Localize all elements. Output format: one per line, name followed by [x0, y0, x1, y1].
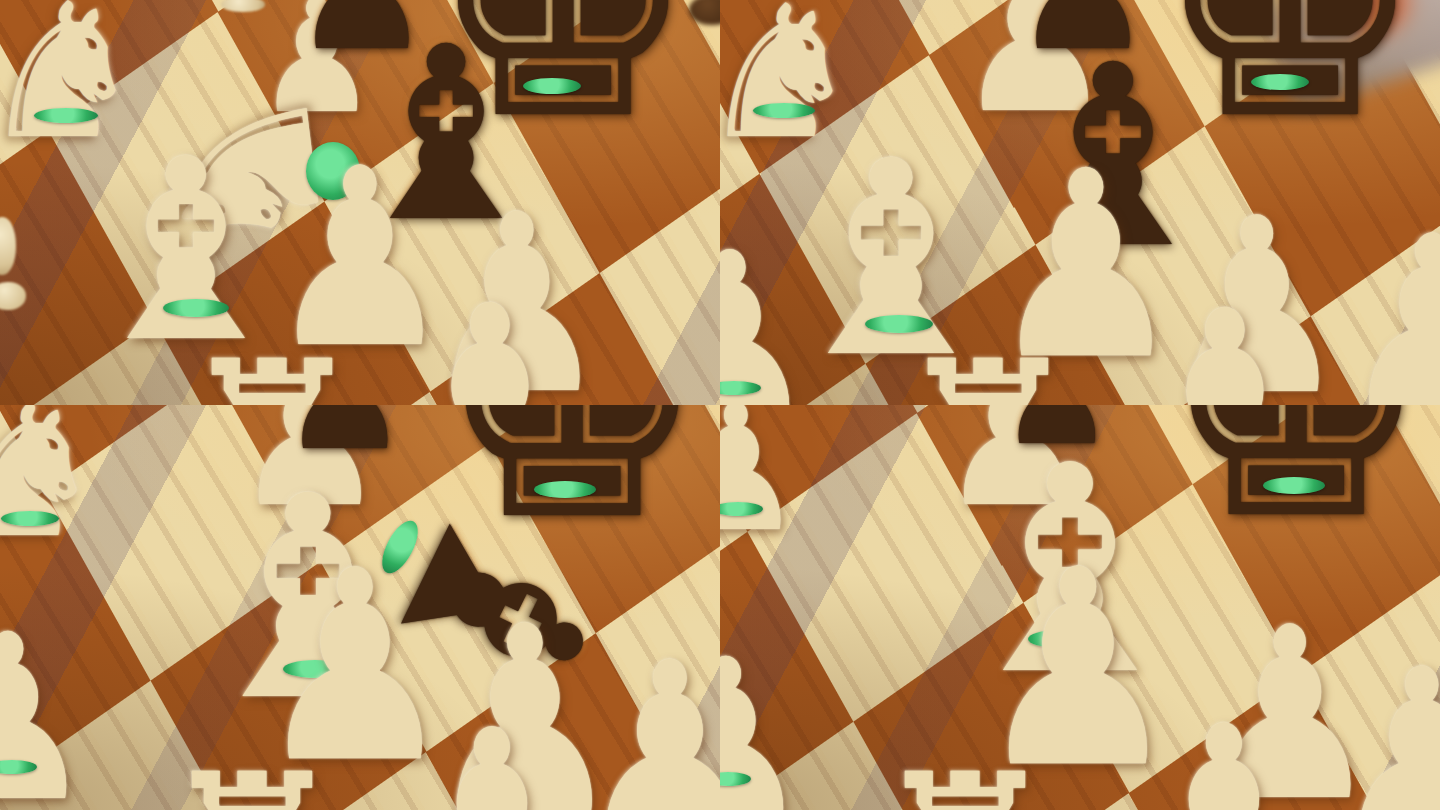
white-rook[interactable]: ♜: [176, 333, 368, 405]
white-piece-partial: [221, 0, 265, 12]
white-pawn[interactable]: ♟: [1338, 204, 1440, 405]
chess-storyboard-screenshot: ♞♟♟♝♚♞♝♟♟♜♟ ♞♟♟♝♚♝♟♟♟♜♟♟ ♞♟♟♚♝♝♟♟♟♟♜♟ ♟♟…: [0, 0, 1440, 810]
video-frame-1: ♞♟♟♝♚♞♝♟♟♜♟: [0, 0, 720, 405]
white-pawn[interactable]: ♟: [1122, 691, 1325, 810]
white-pawn[interactable]: ♟: [720, 222, 819, 405]
white-rook[interactable]: ♜: [156, 746, 348, 810]
white-pawn[interactable]: ♟: [1114, 273, 1337, 406]
felt-base: [523, 78, 581, 94]
white-rook[interactable]: ♜: [869, 746, 1061, 810]
video-frame-2: ♞♟♟♝♚♝♟♟♟♜♟♟: [720, 0, 1440, 405]
video-frame-4: ♟♟♟♚♝♟♟♟♟♜♟: [720, 405, 1440, 810]
video-frame-3: ♞♟♟♚♝♝♟♟♟♟♜♟: [0, 405, 720, 810]
white-pawn[interactable]: ♟: [379, 268, 602, 406]
storyboard-grid: ♞♟♟♝♚♞♝♟♟♜♟ ♞♟♟♝♚♝♟♟♟♜♟♟ ♞♟♟♚♝♝♟♟♟♟♜♟ ♟♟…: [0, 0, 1440, 810]
white-rook[interactable]: ♜: [892, 333, 1084, 405]
white-pawn[interactable]: ♟: [575, 630, 720, 810]
white-pawn[interactable]: ♟: [720, 405, 803, 556]
white-pawn[interactable]: ♟: [1328, 637, 1440, 810]
felt-base: [1251, 74, 1309, 90]
white-pawn[interactable]: ♟: [390, 695, 593, 810]
felt-base: [1263, 477, 1325, 494]
felt-base: [1, 511, 59, 526]
white-pawn[interactable]: ♟: [0, 604, 95, 810]
white-knight[interactable]: ♞: [0, 405, 106, 563]
felt-base: [534, 481, 596, 498]
